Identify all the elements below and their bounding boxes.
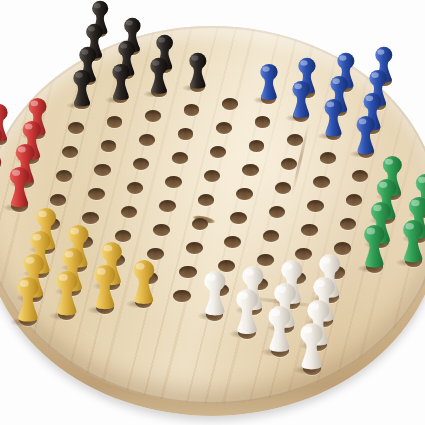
pegs-layer xyxy=(0,0,425,425)
peg-icon xyxy=(231,288,263,338)
peg-icon xyxy=(0,149,1,193)
peg-blue[interactable] xyxy=(320,98,347,139)
peg-icon xyxy=(185,52,211,91)
peg-yellow[interactable] xyxy=(12,276,44,325)
peg-black[interactable] xyxy=(146,57,172,97)
peg-black[interactable] xyxy=(108,63,134,103)
peg-icon xyxy=(288,80,315,121)
peg-yellow[interactable] xyxy=(89,264,121,313)
peg-white[interactable] xyxy=(231,288,263,338)
peg-blue[interactable] xyxy=(352,115,380,157)
peg-icon xyxy=(69,69,95,109)
peg-icon xyxy=(146,57,172,97)
peg-icon xyxy=(263,305,296,355)
peg-icon xyxy=(199,270,231,319)
peg-blue[interactable] xyxy=(256,63,282,103)
peg-black[interactable] xyxy=(185,52,211,91)
peg-black[interactable] xyxy=(69,69,95,109)
peg-blue[interactable] xyxy=(288,80,315,121)
peg-icon xyxy=(108,63,134,103)
peg-green[interactable] xyxy=(398,219,425,266)
peg-icon xyxy=(359,224,390,271)
peg-icon xyxy=(295,322,328,373)
peg-yellow[interactable] xyxy=(128,259,160,307)
peg-icon xyxy=(12,276,44,325)
peg-red[interactable] xyxy=(0,149,1,193)
peg-white[interactable] xyxy=(199,270,231,319)
photo-background xyxy=(0,0,425,425)
peg-green[interactable] xyxy=(359,224,390,271)
peg-icon xyxy=(89,264,121,313)
peg-white[interactable] xyxy=(295,322,328,373)
peg-red[interactable] xyxy=(5,166,34,210)
peg-icon xyxy=(256,63,282,103)
peg-icon xyxy=(128,259,160,307)
peg-icon xyxy=(51,270,83,319)
peg-icon xyxy=(320,98,347,139)
peg-white[interactable] xyxy=(263,305,296,355)
peg-icon xyxy=(398,219,425,266)
peg-icon xyxy=(352,115,380,157)
peg-icon xyxy=(5,166,34,210)
peg-yellow[interactable] xyxy=(51,270,83,319)
